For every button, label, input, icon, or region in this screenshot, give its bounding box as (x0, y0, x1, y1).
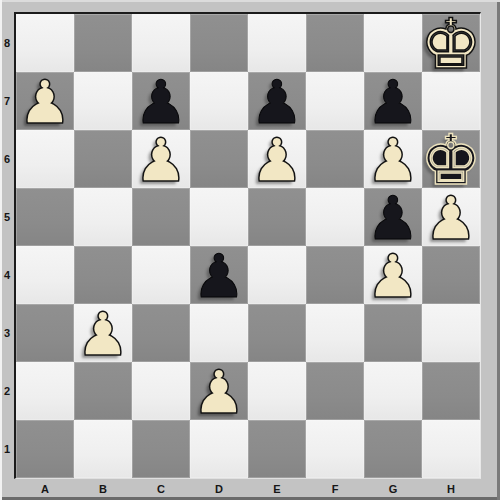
black-pawn-e7[interactable]: ♟ (250, 72, 304, 132)
square-h2[interactable] (422, 362, 480, 420)
square-d7[interactable] (190, 72, 248, 130)
square-c8[interactable] (132, 14, 190, 72)
file-label-h: H (422, 478, 480, 500)
square-a4[interactable] (16, 246, 74, 304)
board-frame: 8 7 6 5 4 3 2 1 ♚♟♟♟♟♟♟♟♚♟♟♟♟♟♟ A B C D … (0, 0, 500, 500)
file-label-a: A (16, 478, 74, 500)
file-labels: A B C D E F G H (16, 478, 480, 500)
square-a2[interactable] (16, 362, 74, 420)
square-c1[interactable] (132, 420, 190, 478)
square-c4[interactable] (132, 246, 190, 304)
black-pawn-c7[interactable]: ♟ (134, 72, 188, 132)
square-f5[interactable] (306, 188, 364, 246)
rank-label-3: 3 (0, 304, 14, 362)
square-f7[interactable] (306, 72, 364, 130)
rank-label-7: 7 (0, 72, 14, 130)
square-c3[interactable] (132, 304, 190, 362)
white-pawn-b3[interactable]: ♟ (76, 304, 130, 364)
square-g2[interactable] (364, 362, 422, 420)
square-a5[interactable] (16, 188, 74, 246)
square-g7[interactable]: ♟ (364, 72, 422, 130)
black-pawn-g7[interactable]: ♟ (366, 72, 420, 132)
square-h8[interactable]: ♚ (422, 14, 480, 72)
square-d3[interactable] (190, 304, 248, 362)
white-pawn-c6[interactable]: ♟ (134, 130, 188, 190)
square-h3[interactable] (422, 304, 480, 362)
square-d4[interactable]: ♟ (190, 246, 248, 304)
white-pawn-g4[interactable]: ♟ (366, 246, 420, 306)
square-d1[interactable] (190, 420, 248, 478)
rank-label-2: 2 (0, 362, 14, 420)
square-c2[interactable] (132, 362, 190, 420)
file-label-d: D (190, 478, 248, 500)
rank-label-5: 5 (0, 188, 14, 246)
file-label-f: F (306, 478, 364, 500)
square-g1[interactable] (364, 420, 422, 478)
square-f4[interactable] (306, 246, 364, 304)
square-b3[interactable]: ♟ (74, 304, 132, 362)
square-b4[interactable] (74, 246, 132, 304)
square-e3[interactable] (248, 304, 306, 362)
square-f2[interactable] (306, 362, 364, 420)
square-e7[interactable]: ♟ (248, 72, 306, 130)
square-a7[interactable]: ♟ (16, 72, 74, 130)
board: ♚♟♟♟♟♟♟♟♚♟♟♟♟♟♟ (14, 12, 481, 479)
file-label-b: B (74, 478, 132, 500)
white-pawn-a7[interactable]: ♟ (18, 72, 72, 132)
rank-label-1: 1 (0, 420, 14, 478)
square-h6[interactable]: ♚ (422, 130, 480, 188)
square-f3[interactable] (306, 304, 364, 362)
square-e2[interactable] (248, 362, 306, 420)
rank-label-8: 8 (0, 14, 14, 72)
square-d2[interactable]: ♟ (190, 362, 248, 420)
rank-label-4: 4 (0, 246, 14, 304)
square-c6[interactable]: ♟ (132, 130, 190, 188)
square-e8[interactable] (248, 14, 306, 72)
black-pawn-d4[interactable]: ♟ (192, 246, 246, 306)
square-g4[interactable]: ♟ (364, 246, 422, 304)
white-pawn-g6[interactable]: ♟ (366, 130, 420, 190)
square-e5[interactable] (248, 188, 306, 246)
square-e1[interactable] (248, 420, 306, 478)
square-c7[interactable]: ♟ (132, 72, 190, 130)
square-b8[interactable] (74, 14, 132, 72)
file-label-e: E (248, 478, 306, 500)
square-h5[interactable]: ♟ (422, 188, 480, 246)
white-king-h8[interactable]: ♚ (420, 10, 482, 79)
square-d6[interactable] (190, 130, 248, 188)
square-a8[interactable] (16, 14, 74, 72)
square-b1[interactable] (74, 420, 132, 478)
rank-label-6: 6 (0, 130, 14, 188)
square-h1[interactable] (422, 420, 480, 478)
white-pawn-d2[interactable]: ♟ (192, 362, 246, 422)
square-a1[interactable] (16, 420, 74, 478)
file-label-g: G (364, 478, 422, 500)
white-pawn-e6[interactable]: ♟ (250, 130, 304, 190)
square-g6[interactable]: ♟ (364, 130, 422, 188)
square-e4[interactable] (248, 246, 306, 304)
square-d8[interactable] (190, 14, 248, 72)
black-pawn-g5[interactable]: ♟ (366, 188, 420, 248)
square-b2[interactable] (74, 362, 132, 420)
square-b5[interactable] (74, 188, 132, 246)
square-f6[interactable] (306, 130, 364, 188)
square-f8[interactable] (306, 14, 364, 72)
square-a6[interactable] (16, 130, 74, 188)
square-f1[interactable] (306, 420, 364, 478)
square-b7[interactable] (74, 72, 132, 130)
square-a3[interactable] (16, 304, 74, 362)
file-label-c: C (132, 478, 190, 500)
square-d5[interactable] (190, 188, 248, 246)
square-g8[interactable] (364, 14, 422, 72)
square-h4[interactable] (422, 246, 480, 304)
square-g3[interactable] (364, 304, 422, 362)
white-pawn-h5[interactable]: ♟ (424, 188, 478, 248)
square-b6[interactable] (74, 130, 132, 188)
square-e6[interactable]: ♟ (248, 130, 306, 188)
square-c5[interactable] (132, 188, 190, 246)
square-g5[interactable]: ♟ (364, 188, 422, 246)
rank-labels: 8 7 6 5 4 3 2 1 (0, 14, 14, 478)
